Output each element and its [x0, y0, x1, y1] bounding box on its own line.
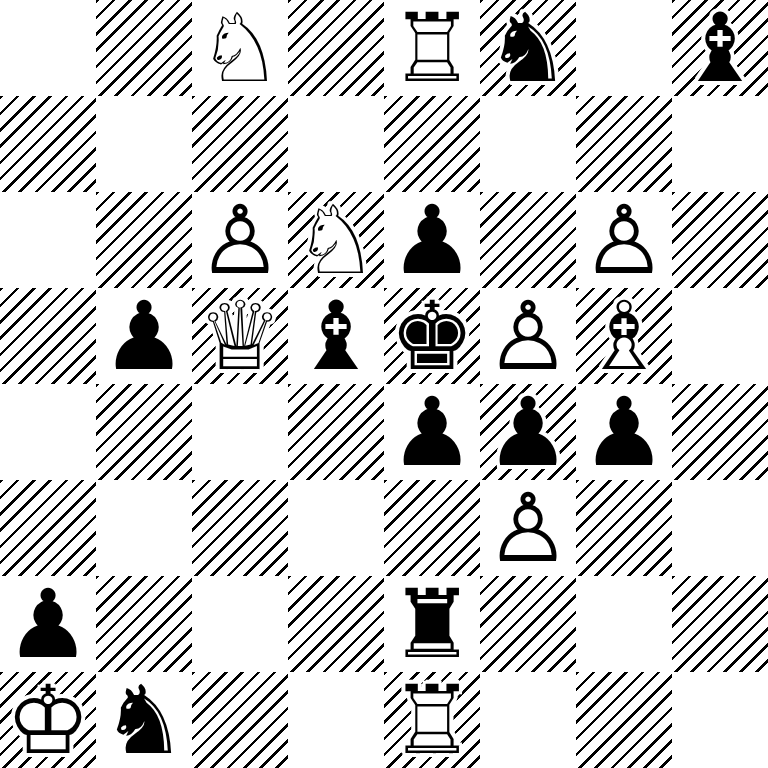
square-h5[interactable]: [672, 288, 768, 384]
square-c7[interactable]: [192, 96, 288, 192]
piece-glyph: ♟: [0, 576, 96, 672]
black-bishop[interactable]: ♝♝: [288, 288, 384, 384]
white-knight[interactable]: ♞♘: [192, 0, 288, 96]
square-d5[interactable]: ♝♝: [288, 288, 384, 384]
piece-glyph: ♜: [384, 576, 480, 672]
square-c8[interactable]: ♞♘: [192, 0, 288, 96]
square-h7[interactable]: [672, 96, 768, 192]
square-c2[interactable]: [192, 576, 288, 672]
square-h6[interactable]: [672, 192, 768, 288]
black-king[interactable]: ♚♚: [384, 288, 480, 384]
square-e7[interactable]: [384, 96, 480, 192]
square-a2[interactable]: ♟♟: [0, 576, 96, 672]
square-a6[interactable]: [0, 192, 96, 288]
square-g7[interactable]: [576, 96, 672, 192]
square-g5[interactable]: ♝♗: [576, 288, 672, 384]
square-c4[interactable]: [192, 384, 288, 480]
piece-glyph: ♝: [288, 288, 384, 384]
square-g6[interactable]: ♟♙: [576, 192, 672, 288]
white-rook[interactable]: ♜♖: [384, 672, 480, 768]
piece-glyph: ♞: [480, 0, 576, 96]
square-a1[interactable]: ♚♔: [0, 672, 96, 768]
square-g4[interactable]: ♟♟: [576, 384, 672, 480]
square-b7[interactable]: [96, 96, 192, 192]
black-knight[interactable]: ♞♞: [480, 0, 576, 96]
square-f7[interactable]: [480, 96, 576, 192]
white-bishop[interactable]: ♝♗: [576, 288, 672, 384]
piece-glyph: ♝: [672, 0, 768, 96]
white-pawn[interactable]: ♟♙: [192, 192, 288, 288]
square-f8[interactable]: ♞♞: [480, 0, 576, 96]
piece-glyph: ♚: [384, 288, 480, 384]
square-c6[interactable]: ♟♙: [192, 192, 288, 288]
square-e2[interactable]: ♜♜: [384, 576, 480, 672]
black-pawn[interactable]: ♟♟: [384, 192, 480, 288]
piece-glyph: ♖: [384, 0, 480, 96]
square-h8[interactable]: ♝♝: [672, 0, 768, 96]
square-d1[interactable]: [288, 672, 384, 768]
square-e5[interactable]: ♚♚: [384, 288, 480, 384]
square-e8[interactable]: ♜♖: [384, 0, 480, 96]
square-h3[interactable]: [672, 480, 768, 576]
piece-glyph: ♕: [192, 288, 288, 384]
square-d3[interactable]: [288, 480, 384, 576]
square-e4[interactable]: ♟♟: [384, 384, 480, 480]
square-c3[interactable]: [192, 480, 288, 576]
square-f5[interactable]: ♟♙: [480, 288, 576, 384]
piece-glyph: ♟: [96, 288, 192, 384]
square-f3[interactable]: ♟♙: [480, 480, 576, 576]
square-b2[interactable]: [96, 576, 192, 672]
square-g3[interactable]: [576, 480, 672, 576]
square-d4[interactable]: [288, 384, 384, 480]
square-b1[interactable]: ♞♞: [96, 672, 192, 768]
square-a3[interactable]: [0, 480, 96, 576]
piece-glyph: ♔: [0, 672, 96, 768]
square-h1[interactable]: [672, 672, 768, 768]
piece-glyph: ♙: [480, 288, 576, 384]
square-a4[interactable]: [0, 384, 96, 480]
white-knight[interactable]: ♞♘: [288, 192, 384, 288]
square-b4[interactable]: [96, 384, 192, 480]
piece-glyph: ♟: [384, 192, 480, 288]
square-d2[interactable]: [288, 576, 384, 672]
square-b5[interactable]: ♟♟: [96, 288, 192, 384]
square-e6[interactable]: ♟♟: [384, 192, 480, 288]
black-pawn[interactable]: ♟♟: [576, 384, 672, 480]
square-d6[interactable]: ♞♘: [288, 192, 384, 288]
square-h4[interactable]: [672, 384, 768, 480]
piece-glyph: ♖: [384, 672, 480, 768]
black-pawn[interactable]: ♟♟: [480, 384, 576, 480]
piece-glyph: ♘: [192, 0, 288, 96]
black-pawn[interactable]: ♟♟: [384, 384, 480, 480]
white-rook[interactable]: ♜♖: [384, 0, 480, 96]
square-b3[interactable]: [96, 480, 192, 576]
square-f6[interactable]: [480, 192, 576, 288]
square-f4[interactable]: ♟♟: [480, 384, 576, 480]
piece-glyph: ♞: [96, 672, 192, 768]
white-king[interactable]: ♚♔: [0, 672, 96, 768]
square-g8[interactable]: [576, 0, 672, 96]
piece-glyph: ♗: [576, 288, 672, 384]
black-pawn[interactable]: ♟♟: [96, 288, 192, 384]
white-pawn[interactable]: ♟♙: [576, 192, 672, 288]
piece-glyph: ♙: [192, 192, 288, 288]
square-e1[interactable]: ♜♖: [384, 672, 480, 768]
piece-glyph: ♟: [480, 384, 576, 480]
square-d8[interactable]: [288, 0, 384, 96]
square-c1[interactable]: [192, 672, 288, 768]
square-c5[interactable]: ♛♕: [192, 288, 288, 384]
square-f1[interactable]: [480, 672, 576, 768]
piece-glyph: ♙: [576, 192, 672, 288]
piece-glyph: ♟: [576, 384, 672, 480]
square-b8[interactable]: [96, 0, 192, 96]
square-f2[interactable]: [480, 576, 576, 672]
square-b6[interactable]: [96, 192, 192, 288]
square-e3[interactable]: [384, 480, 480, 576]
piece-glyph: ♟: [384, 384, 480, 480]
square-g1[interactable]: [576, 672, 672, 768]
chess-board: ♞♘♜♖♞♞♝♝♟♙♞♘♟♟♟♙♟♟♛♕♝♝♚♚♟♙♝♗♟♟♟♟♟♟♟♙♟♟♜♜…: [0, 0, 768, 768]
white-pawn[interactable]: ♟♙: [480, 480, 576, 576]
square-a8[interactable]: [0, 0, 96, 96]
black-bishop[interactable]: ♝♝: [672, 0, 768, 96]
square-d7[interactable]: [288, 96, 384, 192]
square-g2[interactable]: [576, 576, 672, 672]
white-pawn[interactable]: ♟♙: [480, 288, 576, 384]
black-pawn[interactable]: ♟♟: [0, 576, 96, 672]
black-knight[interactable]: ♞♞: [96, 672, 192, 768]
white-queen[interactable]: ♛♕: [192, 288, 288, 384]
square-a7[interactable]: [0, 96, 96, 192]
piece-glyph: ♘: [288, 192, 384, 288]
piece-glyph: ♙: [480, 480, 576, 576]
square-h2[interactable]: [672, 576, 768, 672]
black-rook[interactable]: ♜♜: [384, 576, 480, 672]
square-a5[interactable]: [0, 288, 96, 384]
